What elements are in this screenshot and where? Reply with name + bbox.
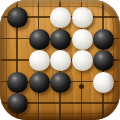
white-stone [72, 7, 93, 28]
black-stone [7, 72, 28, 93]
white-stone [93, 72, 114, 93]
white-stone [29, 50, 50, 71]
white-stone [50, 7, 71, 28]
black-stone [93, 29, 114, 50]
go-app-icon[interactable] [0, 0, 120, 120]
white-stone [72, 29, 93, 50]
white-stone [50, 50, 71, 71]
black-stone [29, 72, 50, 93]
black-stone [7, 93, 28, 114]
black-stone [50, 29, 71, 50]
black-stone [29, 29, 50, 50]
black-stone [50, 72, 71, 93]
black-stone [7, 7, 28, 28]
white-stone [72, 50, 93, 71]
black-stone [93, 50, 114, 71]
star-point [79, 84, 84, 89]
